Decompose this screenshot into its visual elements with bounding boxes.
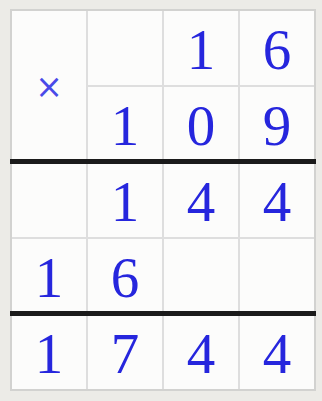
grid-cell-r3c3-partial1: 4: [164, 163, 238, 237]
grid-cell-r4c1-partial2: 1: [12, 239, 86, 313]
grid-cell-r4c3: [164, 239, 238, 313]
grid-cell-r3c4-partial1: 4: [240, 163, 314, 237]
grid-cell-r2c4-multiplier-ones: 9: [240, 87, 314, 161]
grid-cell-r3c1: [12, 163, 86, 237]
grid-cell-r1c4-multiplicand-ones: 6: [240, 11, 314, 85]
grid-cell-r1c3-multiplicand-tens: 1: [164, 11, 238, 85]
grid-cell-r4c4: [240, 239, 314, 313]
grid-cell-r4c2-partial2: 6: [88, 239, 162, 313]
grid-cell-r2c2-multiplier-hundreds: 1: [88, 87, 162, 161]
grid-cell-r5c3-product-tens: 4: [164, 315, 238, 389]
worksheet-page: × 1 6 1 0 9 1 4 4 1 6 1 7 4 4: [0, 0, 322, 401]
grid-cell-r3c2-partial1: 1: [88, 163, 162, 237]
grid-cell-r5c2-product-hundreds: 7: [88, 315, 162, 389]
multiply-operator: ×: [12, 11, 86, 161]
grid-cell-r2c3-multiplier-tens: 0: [164, 87, 238, 161]
multiplication-grid: × 1 6 1 0 9 1 4 4 1 6 1 7 4 4: [10, 9, 316, 391]
grid-cell-r5c4-product-ones: 4: [240, 315, 314, 389]
grid-cell-r5c1-product-thousands: 1: [12, 315, 86, 389]
grid-cell-r1c2: [88, 11, 162, 85]
